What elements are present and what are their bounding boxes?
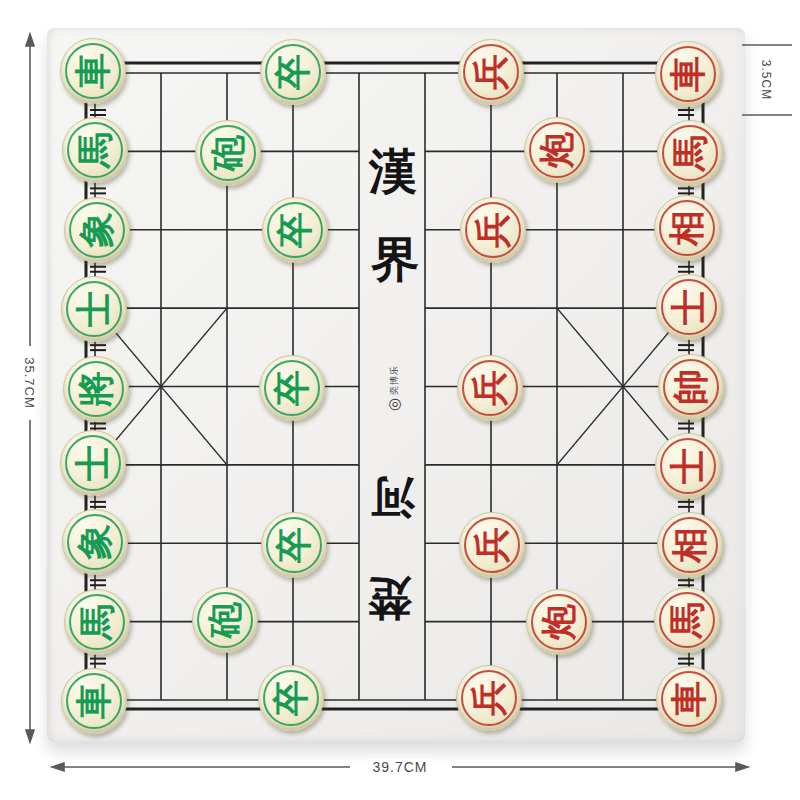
piece-red-general[interactable]: 帥 <box>658 354 724 420</box>
piece-red-advisor[interactable]: 士 <box>655 433 721 499</box>
piece-red-advisor[interactable]: 士 <box>656 274 722 340</box>
piece-character: 士 <box>656 434 720 498</box>
piece-character: 兵 <box>459 40 523 104</box>
brand-logo-text: 奕博乐 <box>388 365 401 395</box>
piece-red-cannon[interactable]: 炮 <box>524 117 590 183</box>
piece-character: 帥 <box>659 355 723 419</box>
piece-character: 象 <box>63 510 127 574</box>
dimension-label-piece-diameter: 3.5CM <box>759 57 773 103</box>
dimension-label-board-height: 35.7CM <box>22 354 37 412</box>
piece-character: 車 <box>61 39 125 103</box>
piece-red-horse[interactable]: 馬 <box>657 120 723 186</box>
piece-green-elephant[interactable]: 象 <box>64 197 130 263</box>
piece-character: 相 <box>655 196 719 260</box>
piece-character: 炮 <box>527 590 591 654</box>
piece-character: 卒 <box>263 198 327 262</box>
piece-character: 車 <box>657 667 721 731</box>
piece-red-elephant[interactable]: 相 <box>654 195 720 261</box>
piece-red-horse[interactable]: 馬 <box>654 587 720 653</box>
piece-red-chariot[interactable]: 車 <box>655 41 721 107</box>
piece-red-soldier[interactable]: 兵 <box>459 512 525 578</box>
piece-green-advisor[interactable]: 士 <box>60 430 126 496</box>
piece-character: 卒 <box>262 513 326 577</box>
piece-character: 馬 <box>63 118 127 182</box>
piece-green-chariot[interactable]: 車 <box>60 38 126 104</box>
piece-character: 兵 <box>458 356 522 420</box>
piece-character: 炮 <box>525 118 589 182</box>
piece-green-horse[interactable]: 馬 <box>62 117 128 183</box>
piece-character: 車 <box>656 42 720 106</box>
piece-red-chariot[interactable]: 車 <box>656 666 722 732</box>
piece-green-soldier[interactable]: 卒 <box>261 512 327 578</box>
piece-green-soldier[interactable]: 卒 <box>258 665 324 731</box>
piece-green-horse[interactable]: 馬 <box>64 589 130 655</box>
piece-character: 馬 <box>655 588 719 652</box>
river-text-jie: 界 <box>371 236 419 284</box>
brand-logo: ◎ 奕博乐 <box>385 365 403 411</box>
piece-green-soldier[interactable]: 卒 <box>259 355 325 421</box>
piece-green-cannon[interactable]: 砲 <box>195 120 261 186</box>
piece-character: 士 <box>61 431 125 495</box>
piece-green-general[interactable]: 將 <box>63 356 129 422</box>
piece-character: 兵 <box>460 513 524 577</box>
piece-red-elephant[interactable]: 相 <box>657 512 723 578</box>
river-text-han: 漢 <box>369 148 417 196</box>
piece-character: 卒 <box>260 356 324 420</box>
piece-character: 兵 <box>457 666 521 730</box>
river-text-chu: 楚 <box>368 576 412 620</box>
piece-character: 士 <box>657 275 721 339</box>
piece-green-elephant[interactable]: 象 <box>62 509 128 575</box>
piece-character: 車 <box>62 669 126 733</box>
piece-character: 馬 <box>658 121 722 185</box>
piece-character: 將 <box>64 357 128 421</box>
piece-character: 卒 <box>259 666 323 730</box>
piece-green-soldier[interactable]: 卒 <box>262 197 328 263</box>
product-photo: 漢 界 ◎ 奕博乐 河 楚 車馬象士將士象馬車砲砲卒卒卒卒卒兵兵兵兵兵炮炮車馬相… <box>0 0 800 800</box>
piece-character: 士 <box>62 277 126 341</box>
piece-character: 卒 <box>261 40 325 104</box>
brand-logo-icon: ◎ <box>385 397 403 411</box>
piece-red-soldier[interactable]: 兵 <box>460 197 526 263</box>
piece-character: 砲 <box>196 121 260 185</box>
piece-character: 象 <box>65 198 129 262</box>
piece-character: 兵 <box>461 198 525 262</box>
piece-green-soldier[interactable]: 卒 <box>260 39 326 105</box>
piece-red-soldier[interactable]: 兵 <box>456 665 522 731</box>
piece-character: 相 <box>658 513 722 577</box>
piece-character: 馬 <box>65 590 129 654</box>
piece-green-chariot[interactable]: 車 <box>61 668 127 734</box>
piece-green-advisor[interactable]: 士 <box>61 276 127 342</box>
piece-red-cannon[interactable]: 炮 <box>526 589 592 655</box>
dimension-label-board-width: 39.7CM <box>369 759 430 775</box>
river-text-he: 河 <box>371 475 415 519</box>
piece-green-cannon[interactable]: 砲 <box>192 587 258 653</box>
piece-character: 砲 <box>193 588 257 652</box>
piece-red-soldier[interactable]: 兵 <box>458 39 524 105</box>
piece-red-soldier[interactable]: 兵 <box>457 355 523 421</box>
